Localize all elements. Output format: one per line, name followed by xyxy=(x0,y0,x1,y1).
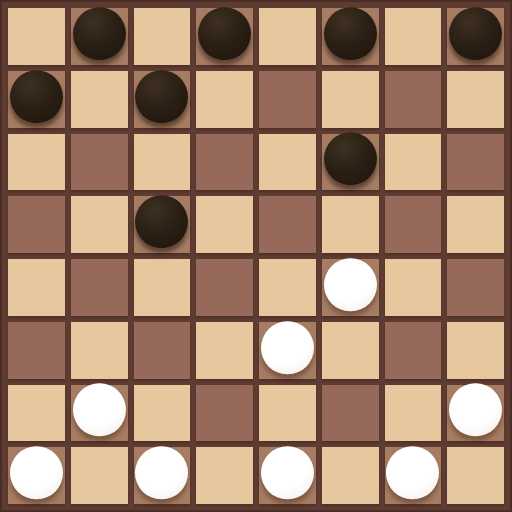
square-r2c6 xyxy=(385,134,442,191)
square-r0c5[interactable] xyxy=(322,8,379,65)
white-piece[interactable] xyxy=(449,384,502,437)
black-piece[interactable] xyxy=(324,133,377,186)
square-r4c4 xyxy=(259,259,316,316)
square-r2c1[interactable] xyxy=(71,134,128,191)
square-r0c2 xyxy=(134,8,191,65)
black-piece[interactable] xyxy=(449,7,502,60)
square-r0c0 xyxy=(8,8,65,65)
square-r5c3 xyxy=(196,322,253,379)
square-r7c6[interactable] xyxy=(385,447,442,504)
square-r2c0 xyxy=(8,134,65,191)
board-frame xyxy=(0,0,512,512)
square-r1c5 xyxy=(322,71,379,128)
square-r1c7 xyxy=(447,71,504,128)
square-r7c0[interactable] xyxy=(8,447,65,504)
checkers-board xyxy=(8,8,504,504)
black-piece[interactable] xyxy=(10,70,63,123)
square-r6c0 xyxy=(8,385,65,442)
square-r3c4[interactable] xyxy=(259,196,316,253)
black-piece[interactable] xyxy=(135,70,188,123)
square-r4c3[interactable] xyxy=(196,259,253,316)
square-r7c1 xyxy=(71,447,128,504)
square-r5c1 xyxy=(71,322,128,379)
square-r1c2[interactable] xyxy=(134,71,191,128)
square-r7c7 xyxy=(447,447,504,504)
square-r3c3 xyxy=(196,196,253,253)
square-r6c6 xyxy=(385,385,442,442)
square-r3c0[interactable] xyxy=(8,196,65,253)
square-r0c7[interactable] xyxy=(447,8,504,65)
square-r3c1 xyxy=(71,196,128,253)
black-piece[interactable] xyxy=(324,7,377,60)
square-r4c6 xyxy=(385,259,442,316)
square-r3c7 xyxy=(447,196,504,253)
square-r2c2 xyxy=(134,134,191,191)
square-r3c5 xyxy=(322,196,379,253)
square-r5c6[interactable] xyxy=(385,322,442,379)
square-r6c1[interactable] xyxy=(71,385,128,442)
black-piece[interactable] xyxy=(135,196,188,249)
square-r0c3[interactable] xyxy=(196,8,253,65)
square-r5c2[interactable] xyxy=(134,322,191,379)
white-piece[interactable] xyxy=(324,258,377,311)
black-piece[interactable] xyxy=(198,7,251,60)
square-r2c7[interactable] xyxy=(447,134,504,191)
square-r2c4 xyxy=(259,134,316,191)
square-r6c2 xyxy=(134,385,191,442)
square-r1c4[interactable] xyxy=(259,71,316,128)
black-piece[interactable] xyxy=(73,7,126,60)
square-r1c0[interactable] xyxy=(8,71,65,128)
square-r3c6[interactable] xyxy=(385,196,442,253)
white-piece[interactable] xyxy=(73,384,126,437)
white-piece[interactable] xyxy=(10,447,63,500)
square-r7c3 xyxy=(196,447,253,504)
square-r6c5[interactable] xyxy=(322,385,379,442)
square-r6c7[interactable] xyxy=(447,385,504,442)
square-r3c2[interactable] xyxy=(134,196,191,253)
square-r5c7 xyxy=(447,322,504,379)
square-r4c5[interactable] xyxy=(322,259,379,316)
square-r1c1 xyxy=(71,71,128,128)
square-r2c5[interactable] xyxy=(322,134,379,191)
white-piece[interactable] xyxy=(261,447,314,500)
square-r4c2 xyxy=(134,259,191,316)
square-r5c5 xyxy=(322,322,379,379)
white-piece[interactable] xyxy=(386,447,439,500)
square-r0c4 xyxy=(259,8,316,65)
square-r5c4[interactable] xyxy=(259,322,316,379)
square-r0c1[interactable] xyxy=(71,8,128,65)
white-piece[interactable] xyxy=(261,321,314,374)
square-r1c6[interactable] xyxy=(385,71,442,128)
white-piece[interactable] xyxy=(135,447,188,500)
square-r4c7[interactable] xyxy=(447,259,504,316)
square-r6c4 xyxy=(259,385,316,442)
square-r1c3 xyxy=(196,71,253,128)
square-r2c3[interactable] xyxy=(196,134,253,191)
square-r7c5 xyxy=(322,447,379,504)
square-r5c0[interactable] xyxy=(8,322,65,379)
square-r4c0 xyxy=(8,259,65,316)
square-r4c1[interactable] xyxy=(71,259,128,316)
square-r6c3[interactable] xyxy=(196,385,253,442)
square-r0c6 xyxy=(385,8,442,65)
square-r7c2[interactable] xyxy=(134,447,191,504)
square-r7c4[interactable] xyxy=(259,447,316,504)
